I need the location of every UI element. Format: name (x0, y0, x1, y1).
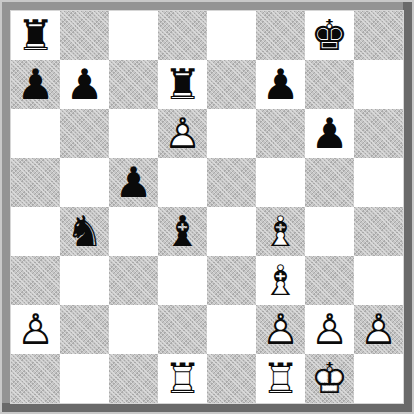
pawn-glyph: ♟ (115, 162, 153, 204)
pawn-glyph: ♟ (66, 64, 104, 106)
piece-black-king-g8[interactable]: ♚ (305, 11, 354, 60)
square-f8[interactable] (256, 11, 305, 60)
square-c8[interactable] (109, 11, 158, 60)
bishop-outline-glyph: ♗ (262, 211, 300, 253)
piece-black-pawn-g6[interactable]: ♟ (305, 109, 354, 158)
piece-white-bishop-f3[interactable]: ♝♗ (256, 256, 305, 305)
pawn-glyph: ♟ (17, 64, 55, 106)
square-a7[interactable]: ♟ (11, 60, 60, 109)
piece-white-king-g1[interactable]: ♚♔ (305, 354, 354, 403)
square-a5[interactable] (11, 158, 60, 207)
square-h1[interactable] (354, 354, 403, 403)
square-c7[interactable] (109, 60, 158, 109)
square-d8[interactable] (158, 11, 207, 60)
chess-board: ♜♚♟♟♜♟♟♙♟♟♞♝♝♗♝♗♟♙♟♙♟♙♟♙♜♖♜♖♚♔ (11, 11, 403, 403)
square-f1[interactable]: ♜♖ (256, 354, 305, 403)
rook-outline-glyph: ♖ (164, 358, 202, 400)
pawn-glyph: ♟ (262, 64, 300, 106)
square-h5[interactable] (354, 158, 403, 207)
knight-glyph: ♞ (66, 211, 104, 253)
square-d2[interactable] (158, 305, 207, 354)
square-f5[interactable] (256, 158, 305, 207)
king-outline-glyph: ♔ (311, 358, 349, 400)
piece-white-pawn-a2[interactable]: ♟♙ (11, 305, 60, 354)
piece-white-pawn-d6[interactable]: ♟♙ (158, 109, 207, 158)
bishop-glyph: ♝ (164, 211, 202, 253)
square-d5[interactable] (158, 158, 207, 207)
piece-black-bishop-d4[interactable]: ♝ (158, 207, 207, 256)
square-d6[interactable]: ♟♙ (158, 109, 207, 158)
square-f7[interactable]: ♟ (256, 60, 305, 109)
square-b2[interactable] (60, 305, 109, 354)
square-b3[interactable] (60, 256, 109, 305)
square-c1[interactable] (109, 354, 158, 403)
square-c5[interactable]: ♟ (109, 158, 158, 207)
square-b6[interactable] (60, 109, 109, 158)
piece-black-knight-b4[interactable]: ♞ (60, 207, 109, 256)
square-h6[interactable] (354, 109, 403, 158)
pawn-outline-glyph: ♙ (311, 309, 349, 351)
pawn-outline-glyph: ♙ (17, 309, 55, 351)
pawn-glyph: ♟ (311, 113, 349, 155)
piece-white-pawn-f2[interactable]: ♟♙ (256, 305, 305, 354)
square-h8[interactable] (354, 11, 403, 60)
square-d3[interactable] (158, 256, 207, 305)
rook-outline-glyph: ♖ (262, 358, 300, 400)
square-a6[interactable] (11, 109, 60, 158)
square-e7[interactable] (207, 60, 256, 109)
chess-board-frame: ♜♚♟♟♜♟♟♙♟♟♞♝♝♗♝♗♟♙♟♙♟♙♟♙♜♖♜♖♚♔ (0, 0, 414, 414)
square-g7[interactable] (305, 60, 354, 109)
piece-white-rook-d1[interactable]: ♜♖ (158, 354, 207, 403)
square-g8[interactable]: ♚ (305, 11, 354, 60)
square-f6[interactable] (256, 109, 305, 158)
square-d7[interactable]: ♜ (158, 60, 207, 109)
square-e1[interactable] (207, 354, 256, 403)
piece-black-pawn-a7[interactable]: ♟ (11, 60, 60, 109)
square-b1[interactable] (60, 354, 109, 403)
square-b5[interactable] (60, 158, 109, 207)
square-g5[interactable] (305, 158, 354, 207)
square-b8[interactable] (60, 11, 109, 60)
piece-black-pawn-c5[interactable]: ♟ (109, 158, 158, 207)
square-f4[interactable]: ♝♗ (256, 207, 305, 256)
square-g4[interactable] (305, 207, 354, 256)
square-c3[interactable] (109, 256, 158, 305)
pawn-outline-glyph: ♙ (164, 113, 202, 155)
piece-black-rook-d7[interactable]: ♜ (158, 60, 207, 109)
square-b7[interactable]: ♟ (60, 60, 109, 109)
square-a2[interactable]: ♟♙ (11, 305, 60, 354)
square-a3[interactable] (11, 256, 60, 305)
square-e8[interactable] (207, 11, 256, 60)
bishop-outline-glyph: ♗ (262, 260, 300, 302)
square-h4[interactable] (354, 207, 403, 256)
square-h7[interactable] (354, 60, 403, 109)
square-e5[interactable] (207, 158, 256, 207)
rook-glyph: ♜ (17, 15, 55, 57)
square-c2[interactable] (109, 305, 158, 354)
square-h3[interactable] (354, 256, 403, 305)
piece-white-rook-f1[interactable]: ♜♖ (256, 354, 305, 403)
square-g3[interactable] (305, 256, 354, 305)
square-e6[interactable] (207, 109, 256, 158)
square-c4[interactable] (109, 207, 158, 256)
piece-white-pawn-g2[interactable]: ♟♙ (305, 305, 354, 354)
piece-white-bishop-f4[interactable]: ♝♗ (256, 207, 305, 256)
square-e3[interactable] (207, 256, 256, 305)
square-f3[interactable]: ♝♗ (256, 256, 305, 305)
piece-black-pawn-f7[interactable]: ♟ (256, 60, 305, 109)
square-d4[interactable]: ♝ (158, 207, 207, 256)
square-a1[interactable] (11, 354, 60, 403)
rook-glyph: ♜ (164, 64, 202, 106)
square-a4[interactable] (11, 207, 60, 256)
square-f2[interactable]: ♟♙ (256, 305, 305, 354)
pawn-outline-glyph: ♙ (262, 309, 300, 351)
square-g2[interactable]: ♟♙ (305, 305, 354, 354)
square-a8[interactable]: ♜ (11, 11, 60, 60)
piece-white-pawn-h2[interactable]: ♟♙ (354, 305, 403, 354)
piece-black-rook-a8[interactable]: ♜ (11, 11, 60, 60)
king-glyph: ♚ (311, 15, 349, 57)
piece-black-pawn-b7[interactable]: ♟ (60, 60, 109, 109)
square-d1[interactable]: ♜♖ (158, 354, 207, 403)
square-g1[interactable]: ♚♔ (305, 354, 354, 403)
square-h2[interactable]: ♟♙ (354, 305, 403, 354)
square-b4[interactable]: ♞ (60, 207, 109, 256)
square-e4[interactable] (207, 207, 256, 256)
pawn-outline-glyph: ♙ (360, 309, 398, 351)
square-g6[interactable]: ♟ (305, 109, 354, 158)
square-c6[interactable] (109, 109, 158, 158)
square-e2[interactable] (207, 305, 256, 354)
